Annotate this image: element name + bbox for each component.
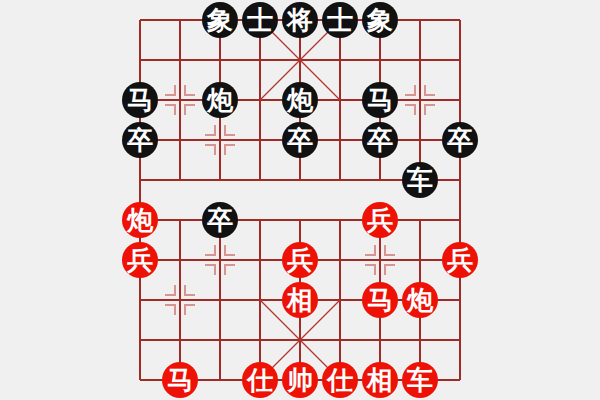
piece-black-soldier[interactable]: 卒 [282,122,318,158]
piece-red-elephant[interactable]: 相 [282,282,318,318]
piece-red-elephant[interactable]: 相 [362,362,398,398]
piece-black-general[interactable]: 将 [282,2,318,38]
piece-red-general[interactable]: 帅 [282,362,318,398]
piece-black-soldier[interactable]: 卒 [122,122,158,158]
piece-black-soldier[interactable]: 卒 [442,122,478,158]
piece-black-elephant[interactable]: 象 [202,2,238,38]
xiangqi-app-window: 象士将士象马炮炮马卒卒卒卒车卒炮兵兵兵兵相马炮马仕帅仕相车 [0,0,600,400]
piece-red-advisor[interactable]: 仕 [322,362,358,398]
piece-red-soldier[interactable]: 兵 [122,242,158,278]
piece-red-soldier[interactable]: 兵 [442,242,478,278]
piece-red-cannon[interactable]: 炮 [402,282,438,318]
piece-red-soldier[interactable]: 兵 [362,202,398,238]
piece-black-cannon[interactable]: 炮 [202,82,238,118]
piece-black-soldier[interactable]: 卒 [202,202,238,238]
piece-red-chariot[interactable]: 车 [402,362,438,398]
piece-red-cannon[interactable]: 炮 [122,202,158,238]
xiangqi-board[interactable]: 象士将士象马炮炮马卒卒卒卒车卒炮兵兵兵兵相马炮马仕帅仕相车 [120,0,480,400]
piece-red-advisor[interactable]: 仕 [242,362,278,398]
piece-red-soldier[interactable]: 兵 [282,242,318,278]
piece-black-chariot[interactable]: 车 [402,162,438,198]
piece-black-horse[interactable]: 马 [362,82,398,118]
piece-black-horse[interactable]: 马 [122,82,158,118]
piece-red-horse[interactable]: 马 [362,282,398,318]
piece-black-soldier[interactable]: 卒 [362,122,398,158]
piece-black-advisor[interactable]: 士 [322,2,358,38]
piece-red-horse[interactable]: 马 [162,362,198,398]
piece-black-advisor[interactable]: 士 [242,2,278,38]
piece-black-cannon[interactable]: 炮 [282,82,318,118]
piece-black-elephant[interactable]: 象 [362,2,398,38]
